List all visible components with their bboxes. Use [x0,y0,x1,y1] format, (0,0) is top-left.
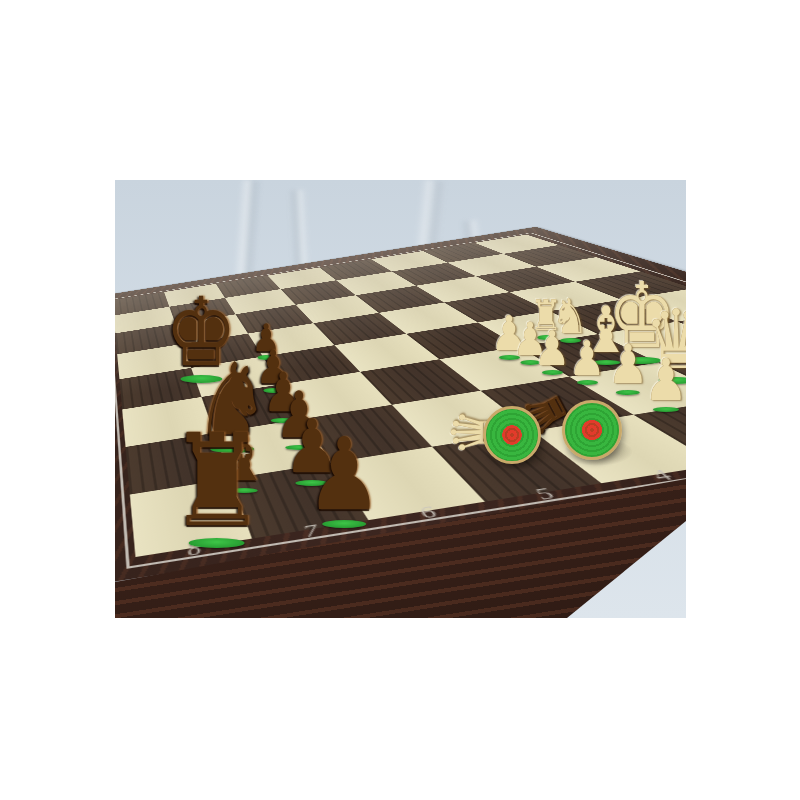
dark-rook: ♜ [160,417,275,545]
dark-rook-glyph: ♜ [168,417,266,545]
dark-pawn: ♟ [299,425,389,525]
pieces-layer: ♜♞♟♟♚♟♝♟♚♛♟♟♟♟♛♟♛♟♞♟♝♟♜ [115,180,686,618]
light-pawn-glyph: ♟ [569,334,606,382]
light-pawn-glyph: ♟ [644,351,686,409]
light-queen-felt-base [483,406,541,464]
page: { "game": "chess", "scene": "Product pho… [0,0,800,800]
light-pawn: ♟ [565,334,608,382]
dark-pawn-glyph: ♟ [306,425,382,525]
chess-set-photo: 87654321abcdefgh ♜♞♟♟♚♟♝♟♚♛♟♟♟♟♛♟♛♟♞♟♝♟♜ [115,180,686,618]
light-pawn: ♟ [640,351,686,409]
dark-queen-felt-base [562,400,622,460]
